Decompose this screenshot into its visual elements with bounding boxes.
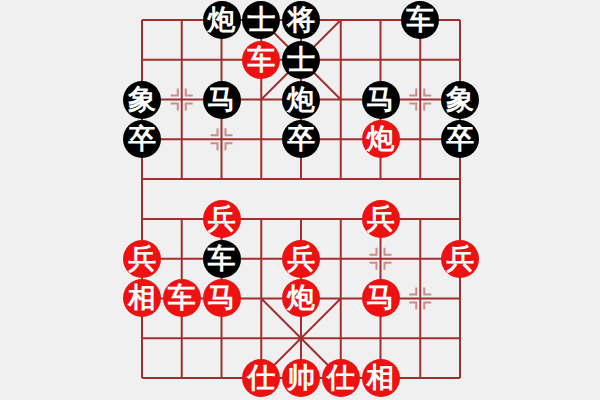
piece-red-advisor[interactable]: 仕: [322, 359, 360, 397]
xiangqi-board: 炮士将车车士象马炮马象卒卒炮卒兵兵兵车兵兵相车马炮马仕帅仕相: [0, 0, 600, 400]
piece-red-king[interactable]: 帅: [282, 359, 320, 397]
piece-red-cannon[interactable]: 炮: [362, 120, 400, 158]
piece-black-advisor[interactable]: 士: [282, 41, 320, 79]
piece-red-pawn[interactable]: 兵: [282, 240, 320, 278]
piece-red-pawn[interactable]: 兵: [362, 200, 400, 238]
piece-black-horse[interactable]: 马: [362, 81, 400, 119]
piece-black-horse[interactable]: 马: [203, 81, 241, 119]
piece-black-rook[interactable]: 车: [203, 240, 241, 278]
piece-red-rook[interactable]: 车: [242, 41, 280, 79]
piece-red-advisor[interactable]: 仕: [242, 359, 280, 397]
piece-black-cannon[interactable]: 炮: [282, 81, 320, 119]
piece-red-horse[interactable]: 马: [362, 279, 400, 317]
piece-black-pawn[interactable]: 卒: [441, 120, 479, 158]
piece-red-pawn[interactable]: 兵: [203, 200, 241, 238]
board-pieces: 炮士将车车士象马炮马象卒卒炮卒兵兵兵车兵兵相车马炮马仕帅仕相: [122, 0, 480, 398]
piece-black-pawn[interactable]: 卒: [123, 120, 161, 158]
piece-red-cannon[interactable]: 炮: [282, 279, 320, 317]
piece-black-cannon[interactable]: 炮: [203, 1, 241, 39]
piece-red-rook[interactable]: 车: [163, 279, 201, 317]
piece-black-advisor[interactable]: 士: [242, 1, 280, 39]
piece-red-horse[interactable]: 马: [203, 279, 241, 317]
piece-red-elephant[interactable]: 相: [123, 279, 161, 317]
piece-black-king[interactable]: 将: [282, 1, 320, 39]
piece-black-elephant[interactable]: 象: [441, 81, 479, 119]
piece-red-pawn[interactable]: 兵: [123, 240, 161, 278]
piece-red-elephant[interactable]: 相: [362, 359, 400, 397]
piece-black-rook[interactable]: 车: [401, 1, 439, 39]
piece-red-pawn[interactable]: 兵: [441, 240, 479, 278]
piece-black-elephant[interactable]: 象: [123, 81, 161, 119]
piece-black-pawn[interactable]: 卒: [282, 120, 320, 158]
